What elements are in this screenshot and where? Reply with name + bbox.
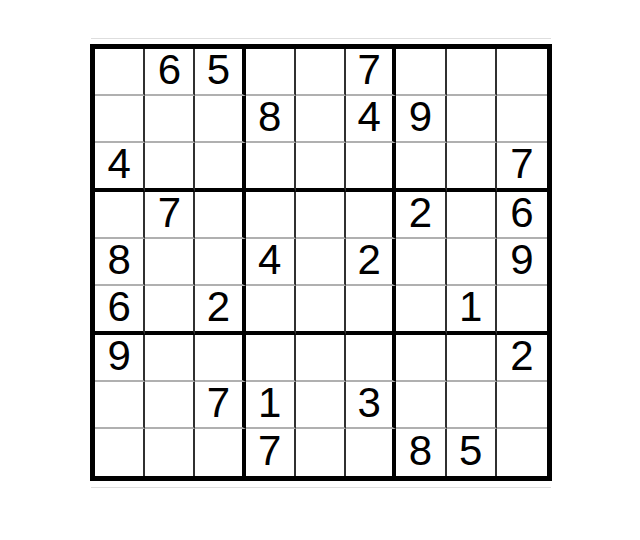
cell-r2c1[interactable] (95, 96, 145, 143)
cell-r6c6[interactable] (346, 286, 396, 335)
cell-r5c1[interactable]: 8 (95, 239, 145, 286)
cell-r8c2[interactable] (145, 382, 195, 429)
cell-r1c2[interactable]: 6 (145, 49, 195, 96)
cell-r1c9[interactable] (497, 49, 547, 96)
cell-r9c8[interactable]: 5 (447, 429, 497, 476)
cell-r6c1[interactable]: 6 (95, 286, 145, 335)
cell-r1c7[interactable] (396, 49, 446, 96)
cell-r5c2[interactable] (145, 239, 195, 286)
cell-r2c6[interactable]: 4 (346, 96, 396, 143)
cell-r4c8[interactable] (447, 192, 497, 239)
cell-r5c6[interactable]: 2 (346, 239, 396, 286)
cell-r7c9[interactable]: 2 (497, 335, 547, 382)
cell-r9c1[interactable] (95, 429, 145, 476)
cell-r8c5[interactable] (296, 382, 346, 429)
cell-r7c1[interactable]: 9 (95, 335, 145, 382)
cell-r1c3[interactable]: 5 (195, 49, 245, 96)
cell-r5c5[interactable] (296, 239, 346, 286)
cell-r9c9[interactable] (497, 429, 547, 476)
cell-r5c4[interactable]: 4 (246, 239, 296, 286)
cell-r1c1[interactable] (95, 49, 145, 96)
cell-r8c6[interactable]: 3 (346, 382, 396, 429)
cell-r8c9[interactable] (497, 382, 547, 429)
cell-r3c6[interactable] (346, 143, 396, 192)
cell-r2c4[interactable]: 8 (246, 96, 296, 143)
sudoku-board: 6 5 7 8 4 9 4 7 7 2 6 8 (90, 44, 552, 481)
cell-r1c6[interactable]: 7 (346, 49, 396, 96)
cell-r8c1[interactable] (95, 382, 145, 429)
cell-r6c7[interactable] (396, 286, 446, 335)
cell-r6c9[interactable] (497, 286, 547, 335)
cell-r8c8[interactable] (447, 382, 497, 429)
cell-r1c5[interactable] (296, 49, 346, 96)
scan-artifact-line-top (91, 38, 551, 39)
cell-r4c9[interactable]: 6 (497, 192, 547, 239)
cell-r6c3[interactable]: 2 (195, 286, 245, 335)
cell-r9c5[interactable] (296, 429, 346, 476)
cell-r3c2[interactable] (145, 143, 195, 192)
cell-r9c4[interactable]: 7 (246, 429, 296, 476)
cell-r6c4[interactable] (246, 286, 296, 335)
cell-r2c7[interactable]: 9 (396, 96, 446, 143)
cell-r4c1[interactable] (95, 192, 145, 239)
cell-r8c3[interactable]: 7 (195, 382, 245, 429)
cell-r1c4[interactable] (246, 49, 296, 96)
cell-r3c3[interactable] (195, 143, 245, 192)
cell-r5c8[interactable] (447, 239, 497, 286)
cell-r2c5[interactable] (296, 96, 346, 143)
cell-r3c9[interactable]: 7 (497, 143, 547, 192)
cell-r2c8[interactable] (447, 96, 497, 143)
cell-r7c5[interactable] (296, 335, 346, 382)
cell-r5c7[interactable] (396, 239, 446, 286)
cell-r4c4[interactable] (246, 192, 296, 239)
cell-r3c8[interactable] (447, 143, 497, 192)
cell-r8c7[interactable] (396, 382, 446, 429)
cell-r2c9[interactable] (497, 96, 547, 143)
cell-r3c1[interactable]: 4 (95, 143, 145, 192)
cell-r4c7[interactable]: 2 (396, 192, 446, 239)
cell-r4c2[interactable]: 7 (145, 192, 195, 239)
cell-r1c8[interactable] (447, 49, 497, 96)
cell-r4c6[interactable] (346, 192, 396, 239)
cell-r2c2[interactable] (145, 96, 195, 143)
cell-r6c8[interactable]: 1 (447, 286, 497, 335)
cell-r9c6[interactable] (346, 429, 396, 476)
cell-r7c7[interactable] (396, 335, 446, 382)
cell-r7c3[interactable] (195, 335, 245, 382)
cell-r7c4[interactable] (246, 335, 296, 382)
cell-r9c2[interactable] (145, 429, 195, 476)
cell-r5c9[interactable]: 9 (497, 239, 547, 286)
cell-r4c3[interactable] (195, 192, 245, 239)
cell-r9c7[interactable]: 8 (396, 429, 446, 476)
cell-r6c5[interactable] (296, 286, 346, 335)
cell-r6c2[interactable] (145, 286, 195, 335)
cell-r2c3[interactable] (195, 96, 245, 143)
scan-artifact-line-bottom (91, 487, 551, 488)
cell-r3c7[interactable] (396, 143, 446, 192)
sudoku-board-wrapper: 6 5 7 8 4 9 4 7 7 2 6 8 (90, 44, 552, 481)
cell-r9c3[interactable] (195, 429, 245, 476)
cell-r7c2[interactable] (145, 335, 195, 382)
cell-r7c8[interactable] (447, 335, 497, 382)
cell-r3c4[interactable] (246, 143, 296, 192)
cell-r4c5[interactable] (296, 192, 346, 239)
cell-r8c4[interactable]: 1 (246, 382, 296, 429)
cell-r7c6[interactable] (346, 335, 396, 382)
cell-r3c5[interactable] (296, 143, 346, 192)
cell-r5c3[interactable] (195, 239, 245, 286)
